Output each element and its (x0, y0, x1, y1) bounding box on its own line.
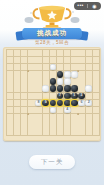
black-stone: 1 (71, 93, 78, 100)
black-stone: 7 (57, 93, 64, 100)
white-stone (50, 64, 57, 71)
move-number: 2 (88, 101, 90, 105)
white-stone (57, 78, 64, 85)
star-point (77, 113, 79, 115)
black-stone-winning (71, 100, 78, 107)
star-point (27, 113, 29, 115)
move-number: 8 (38, 101, 40, 105)
black-stone-winning (50, 100, 57, 107)
move-number: 6 (81, 101, 83, 105)
star-point (27, 70, 29, 72)
move-number: 1 (73, 94, 75, 98)
ribbon-band: 挑战成功 (22, 28, 82, 39)
white-stone: 6 (78, 100, 85, 107)
black-stone (57, 85, 64, 92)
black-stone-winning: 9 (42, 100, 49, 107)
next-level-button[interactable]: 下一关 (29, 155, 75, 169)
white-stone (85, 85, 92, 92)
black-stone (64, 93, 71, 100)
result-banner: 挑战成功 (22, 28, 82, 39)
black-stone (50, 78, 57, 85)
black-stone (64, 85, 71, 92)
close-button[interactable]: ◉ (88, 4, 101, 9)
move-number: 3 (81, 94, 83, 98)
black-stone-winning (64, 100, 71, 107)
black-stone (57, 71, 64, 78)
white-stone (42, 85, 49, 92)
black-stone (50, 85, 57, 92)
white-stone (64, 78, 71, 85)
black-stone (71, 85, 78, 92)
white-stone (50, 107, 57, 114)
white-stone: 2 (85, 100, 92, 107)
black-stone-winning (57, 100, 64, 107)
white-stone: 4 (64, 107, 71, 114)
app-screen: ••• ◉ 挑战成功 第28关，5回合 71389624 下一关 (0, 0, 104, 185)
gomoku-board: 71389624 (3, 47, 101, 141)
board-grid: 71389624 (6, 49, 100, 136)
white-stone (71, 71, 78, 78)
move-number: 4 (66, 108, 68, 112)
black-stone: 3 (78, 93, 85, 100)
white-stone: 8 (35, 100, 42, 107)
move-number: 7 (59, 94, 61, 98)
level-round-subtitle: 第28关，5回合 (0, 40, 104, 45)
next-level-label: 下一关 (41, 158, 64, 167)
move-number: 9 (45, 101, 47, 105)
banner-text: 挑战成功 (37, 29, 67, 38)
close-icon: ◉ (92, 4, 96, 9)
white-stone (64, 71, 71, 78)
